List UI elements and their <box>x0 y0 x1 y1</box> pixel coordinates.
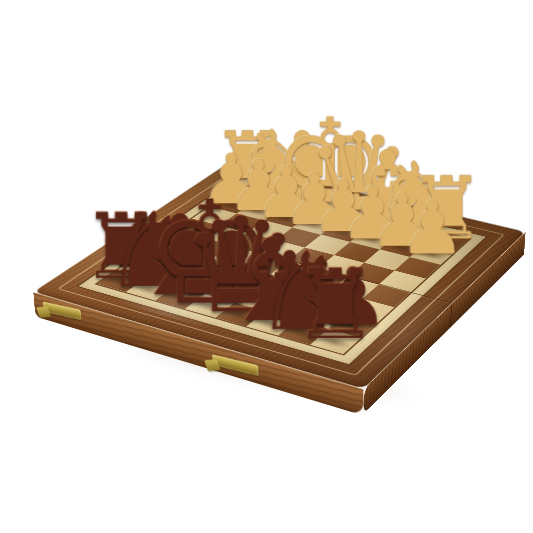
square-a2[interactable]: ♟ <box>409 244 454 265</box>
fold-seam-side <box>449 303 451 328</box>
black-rook-icon: ♜ <box>292 257 378 353</box>
scene: ♜♞♝♚♛♝♞♜♟♟♟♟♟♟♟♟♟♟♟♟♟♟♟♟♜♞♝♚♛♝♞♜ <box>0 0 533 533</box>
brass-clasp-center[interactable] <box>212 354 259 376</box>
photo-stage: ♜♞♝♚♛♝♞♜♟♟♟♟♟♟♟♟♟♟♟♟♟♟♟♟♜♞♝♚♛♝♞♜ <box>0 0 533 533</box>
board[interactable]: ♜♞♝♚♛♝♞♜♟♟♟♟♟♟♟♟♟♟♟♟♟♟♟♟♜♞♝♚♛♝♞♜ <box>33 162 525 389</box>
folding-chess-box: ♜♞♝♚♛♝♞♜♟♟♟♟♟♟♟♟♟♟♟♟♟♟♟♟♜♞♝♚♛♝♞♜ <box>33 162 525 389</box>
brass-clasp-left[interactable] <box>42 301 81 320</box>
white-pawn-icon: ♟ <box>399 190 465 263</box>
